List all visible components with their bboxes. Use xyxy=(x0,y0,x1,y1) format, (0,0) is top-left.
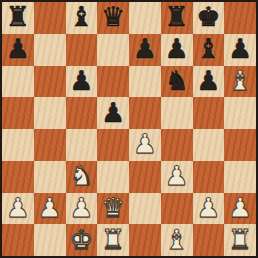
square-h8[interactable] xyxy=(224,2,256,34)
square-d1[interactable]: ♜ xyxy=(97,224,129,256)
black-rook[interactable]: ♜ xyxy=(6,3,30,30)
black-pawn[interactable]: ♟ xyxy=(69,67,93,94)
square-b8[interactable] xyxy=(34,2,66,34)
black-pawn[interactable]: ♟ xyxy=(228,35,252,62)
white-rook[interactable]: ♜ xyxy=(228,226,252,253)
square-e1[interactable] xyxy=(129,224,161,256)
square-g1[interactable] xyxy=(193,224,225,256)
square-f4[interactable] xyxy=(161,129,193,161)
black-pawn[interactable]: ♟ xyxy=(196,67,220,94)
square-b4[interactable] xyxy=(34,129,66,161)
square-c6[interactable]: ♟ xyxy=(66,66,98,98)
black-pawn[interactable]: ♟ xyxy=(165,35,189,62)
square-g7[interactable]: ♝ xyxy=(193,34,225,66)
square-e5[interactable] xyxy=(129,97,161,129)
square-e7[interactable]: ♟ xyxy=(129,34,161,66)
square-f7[interactable]: ♟ xyxy=(161,34,193,66)
square-h5[interactable] xyxy=(224,97,256,129)
square-g4[interactable] xyxy=(193,129,225,161)
square-h1[interactable]: ♜ xyxy=(224,224,256,256)
white-pawn[interactable]: ♟ xyxy=(133,130,157,157)
square-a8[interactable]: ♜ xyxy=(2,2,34,34)
square-d8[interactable]: ♛ xyxy=(97,2,129,34)
square-c2[interactable]: ♟ xyxy=(66,193,98,225)
white-king[interactable]: ♚ xyxy=(69,226,93,253)
square-b2[interactable]: ♟ xyxy=(34,193,66,225)
white-queen[interactable]: ♛ xyxy=(101,194,125,221)
square-e4[interactable]: ♟ xyxy=(129,129,161,161)
square-g2[interactable]: ♟ xyxy=(193,193,225,225)
square-h4[interactable] xyxy=(224,129,256,161)
square-h6[interactable]: ♝ xyxy=(224,66,256,98)
square-h7[interactable]: ♟ xyxy=(224,34,256,66)
square-d6[interactable] xyxy=(97,66,129,98)
square-c7[interactable] xyxy=(66,34,98,66)
square-b6[interactable] xyxy=(34,66,66,98)
square-c4[interactable] xyxy=(66,129,98,161)
square-g6[interactable]: ♟ xyxy=(193,66,225,98)
black-pawn[interactable]: ♟ xyxy=(6,35,30,62)
square-g3[interactable] xyxy=(193,161,225,193)
square-d2[interactable]: ♛ xyxy=(97,193,129,225)
square-g5[interactable] xyxy=(193,97,225,129)
square-e8[interactable] xyxy=(129,2,161,34)
square-f2[interactable] xyxy=(161,193,193,225)
square-b3[interactable] xyxy=(34,161,66,193)
chess-board: ♜♝♛♜♚♟♟♟♝♟♟♞♟♝♟♟♞♟♟♟♟♛♟♟♚♜♝♜ xyxy=(0,0,258,258)
white-knight[interactable]: ♞ xyxy=(69,162,93,189)
square-h2[interactable]: ♟ xyxy=(224,193,256,225)
black-rook[interactable]: ♜ xyxy=(165,3,189,30)
square-f3[interactable]: ♟ xyxy=(161,161,193,193)
square-f1[interactable]: ♝ xyxy=(161,224,193,256)
square-c3[interactable]: ♞ xyxy=(66,161,98,193)
square-f6[interactable]: ♞ xyxy=(161,66,193,98)
white-bishop[interactable]: ♝ xyxy=(165,226,189,253)
square-e2[interactable] xyxy=(129,193,161,225)
square-d5[interactable]: ♟ xyxy=(97,97,129,129)
white-pawn[interactable]: ♟ xyxy=(228,194,252,221)
black-bishop[interactable]: ♝ xyxy=(69,3,93,30)
square-f5[interactable] xyxy=(161,97,193,129)
square-a4[interactable] xyxy=(2,129,34,161)
white-pawn[interactable]: ♟ xyxy=(69,194,93,221)
square-h3[interactable] xyxy=(224,161,256,193)
square-d3[interactable] xyxy=(97,161,129,193)
square-e6[interactable] xyxy=(129,66,161,98)
square-c8[interactable]: ♝ xyxy=(66,2,98,34)
white-pawn[interactable]: ♟ xyxy=(38,194,62,221)
black-pawn[interactable]: ♟ xyxy=(133,35,157,62)
black-bishop[interactable]: ♝ xyxy=(196,35,220,62)
square-b7[interactable] xyxy=(34,34,66,66)
square-a1[interactable] xyxy=(2,224,34,256)
white-rook[interactable]: ♜ xyxy=(101,226,125,253)
white-pawn[interactable]: ♟ xyxy=(6,194,30,221)
black-pawn[interactable]: ♟ xyxy=(101,99,125,126)
black-queen[interactable]: ♛ xyxy=(101,3,125,30)
square-a2[interactable]: ♟ xyxy=(2,193,34,225)
square-b1[interactable] xyxy=(34,224,66,256)
square-a5[interactable] xyxy=(2,97,34,129)
black-king[interactable]: ♚ xyxy=(196,3,220,30)
black-knight[interactable]: ♞ xyxy=(165,67,189,94)
square-e3[interactable] xyxy=(129,161,161,193)
square-g8[interactable]: ♚ xyxy=(193,2,225,34)
board-grid: ♜♝♛♜♚♟♟♟♝♟♟♞♟♝♟♟♞♟♟♟♟♛♟♟♚♜♝♜ xyxy=(2,2,256,256)
square-a6[interactable] xyxy=(2,66,34,98)
square-c5[interactable] xyxy=(66,97,98,129)
square-a3[interactable] xyxy=(2,161,34,193)
white-bishop[interactable]: ♝ xyxy=(228,67,252,94)
square-a7[interactable]: ♟ xyxy=(2,34,34,66)
square-c1[interactable]: ♚ xyxy=(66,224,98,256)
square-d7[interactable] xyxy=(97,34,129,66)
white-pawn[interactable]: ♟ xyxy=(196,194,220,221)
square-b5[interactable] xyxy=(34,97,66,129)
square-f8[interactable]: ♜ xyxy=(161,2,193,34)
white-pawn[interactable]: ♟ xyxy=(165,162,189,189)
square-d4[interactable] xyxy=(97,129,129,161)
